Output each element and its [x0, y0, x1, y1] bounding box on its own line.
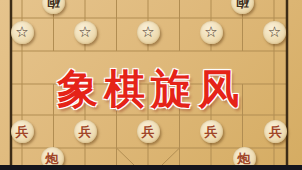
cannon-glyph: 炮 [238, 152, 251, 165]
soldier-glyph: ☆ [268, 24, 281, 39]
piece-red-soldier-a6[interactable]: 兵 [11, 120, 34, 143]
soldier-glyph: ☆ [141, 24, 154, 39]
piece-black-soldier-e3[interactable]: ☆ [137, 21, 160, 44]
soldier-glyph: 兵 [205, 125, 218, 138]
grid-line [162, 148, 180, 165]
piece-black-soldier-g3[interactable]: ☆ [200, 21, 223, 44]
piece-red-soldier-c6[interactable]: 兵 [74, 120, 97, 143]
piece-red-soldier-g6[interactable]: 兵 [200, 120, 223, 143]
soldier-glyph: ☆ [204, 24, 217, 39]
soldier-glyph: ☆ [78, 24, 91, 39]
grid-line [117, 148, 135, 165]
soldier-glyph: 兵 [16, 125, 29, 138]
soldier-glyph: ☆ [15, 24, 28, 39]
cannon-glyph: 砲 [47, 0, 60, 9]
cannon-glyph: 砲 [236, 0, 249, 9]
soldier-glyph: 兵 [269, 125, 282, 138]
piece-black-soldier-c3[interactable]: ☆ [74, 21, 97, 44]
bottom-edge-strip [0, 165, 302, 170]
piece-red-soldier-e6[interactable]: 兵 [137, 120, 160, 143]
soldier-glyph: 兵 [79, 125, 92, 138]
title-overlay-text: 象棋旋风 [57, 62, 245, 117]
cannon-glyph: 炮 [46, 152, 59, 165]
piece-black-soldier-i3[interactable]: ☆ [263, 21, 286, 44]
piece-red-soldier-i6[interactable]: 兵 [264, 120, 287, 143]
piece-black-soldier-a3[interactable]: ☆ [11, 21, 34, 44]
xiangqi-promo-image: 砲砲☆☆☆☆☆兵兵兵兵兵炮炮 象棋旋风 [0, 0, 302, 170]
soldier-glyph: 兵 [142, 125, 155, 138]
